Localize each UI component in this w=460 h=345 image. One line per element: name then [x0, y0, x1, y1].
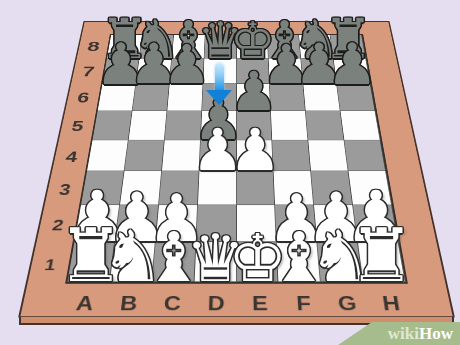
logo-wiki-text: wiki	[388, 324, 419, 344]
chess-illustration: 87654321ABCDEFGH ♜♞♝♛♚♝♞♜♟♟♟♟♟♟♟♟♟♟♟♟♟♟♟…	[0, 0, 460, 345]
annotation-layer	[0, 0, 460, 345]
move-arrow	[215, 63, 224, 90]
move-arrow-head-icon	[206, 90, 232, 105]
logo-how-text: How	[419, 324, 453, 344]
